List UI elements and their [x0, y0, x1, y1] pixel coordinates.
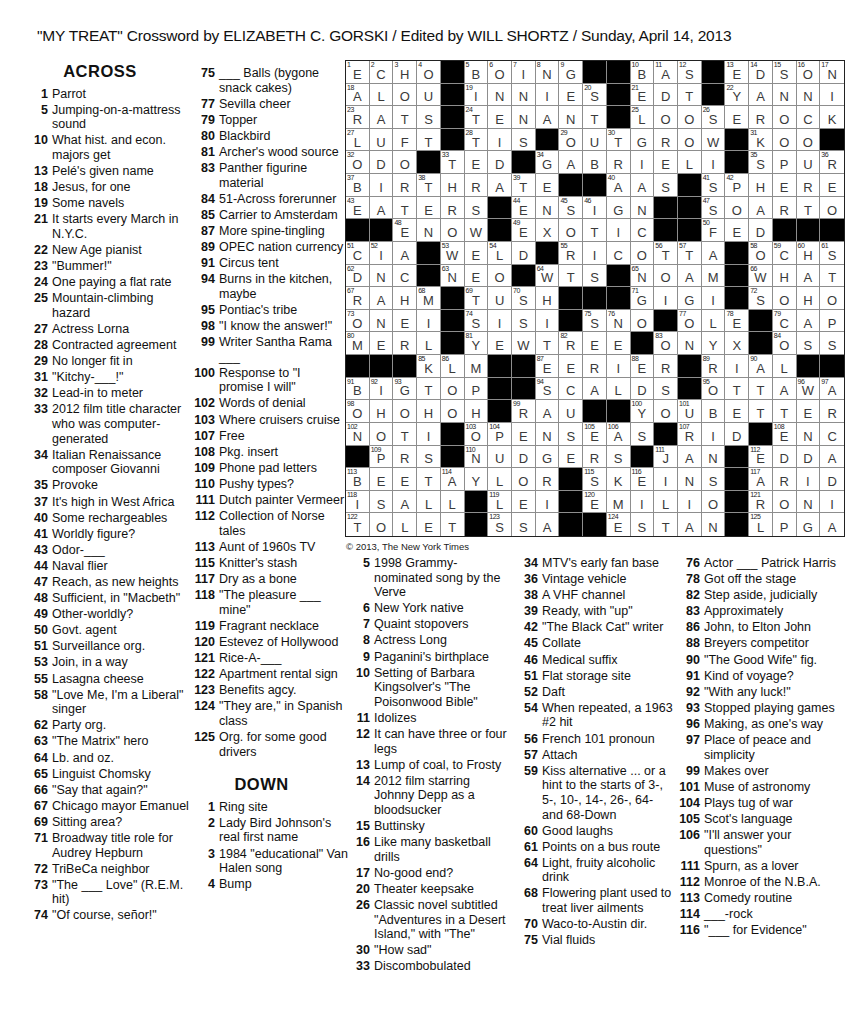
grid-cell[interactable]: 41S — [702, 174, 726, 197]
grid-cell[interactable]: T — [773, 400, 797, 423]
grid-cell[interactable]: 3H — [393, 61, 417, 84]
grid-cell[interactable]: 102N — [346, 423, 370, 446]
grid-cell[interactable]: N — [417, 219, 441, 242]
grid-cell[interactable]: S — [583, 265, 607, 288]
grid-cell[interactable]: S — [417, 106, 441, 129]
grid-cell[interactable]: I — [370, 174, 394, 197]
grid-cell[interactable]: U — [583, 129, 607, 152]
grid-cell[interactable]: 25L — [631, 106, 655, 129]
grid-cell[interactable]: L — [607, 378, 631, 401]
grid-cell[interactable]: R — [654, 355, 678, 378]
grid-cell[interactable]: I — [536, 84, 560, 107]
grid-cell[interactable]: I — [417, 310, 441, 333]
grid-cell[interactable]: M — [702, 265, 726, 288]
grid-cell[interactable]: 43E — [346, 197, 370, 220]
grid-cell[interactable]: N — [773, 84, 797, 107]
grid-cell[interactable]: C — [631, 219, 655, 242]
grid-cell[interactable]: A — [797, 310, 821, 333]
grid-cell[interactable]: O — [654, 400, 678, 423]
grid-cell[interactable]: R — [465, 174, 489, 197]
grid-cell[interactable]: S — [465, 197, 489, 220]
grid-cell[interactable]: 42P — [725, 174, 749, 197]
grid-cell[interactable]: A — [370, 106, 394, 129]
grid-cell[interactable]: 60H — [797, 242, 821, 265]
grid-cell[interactable]: 75S — [583, 310, 607, 333]
grid-cell[interactable]: S — [631, 513, 655, 536]
grid-cell[interactable]: D — [631, 378, 655, 401]
grid-cell[interactable]: E — [654, 151, 678, 174]
grid-cell[interactable]: L — [393, 513, 417, 536]
grid-cell[interactable]: 119L — [488, 491, 512, 514]
grid-cell[interactable]: A — [702, 242, 726, 265]
grid-cell[interactable]: 4O — [417, 61, 441, 84]
grid-cell[interactable]: 95O — [702, 378, 726, 401]
grid-cell[interactable]: L — [654, 491, 678, 514]
grid-cell[interactable]: 47S — [702, 197, 726, 220]
grid-cell[interactable]: 21E — [631, 84, 655, 107]
grid-cell[interactable]: E — [773, 174, 797, 197]
grid-cell[interactable]: M — [607, 491, 631, 514]
grid-cell[interactable]: H — [417, 400, 441, 423]
grid-cell[interactable]: U — [797, 151, 821, 174]
grid-cell[interactable]: C — [393, 265, 417, 288]
grid-cell[interactable]: 98O — [346, 400, 370, 423]
grid-cell[interactable]: 77O — [678, 310, 702, 333]
grid-cell[interactable]: T — [393, 106, 417, 129]
grid-cell[interactable]: 91B — [346, 378, 370, 401]
grid-cell[interactable]: 116E — [631, 468, 655, 491]
grid-cell[interactable]: E — [465, 151, 489, 174]
grid-cell[interactable]: U — [370, 129, 394, 152]
grid-cell[interactable]: 44E — [512, 197, 536, 220]
grid-cell[interactable]: A — [820, 446, 844, 469]
grid-cell[interactable]: 122T — [346, 513, 370, 536]
grid-cell[interactable]: I — [702, 287, 726, 310]
grid-cell[interactable]: I — [820, 84, 844, 107]
grid-cell[interactable]: R — [749, 106, 773, 129]
grid-cell[interactable]: 24T — [465, 106, 489, 129]
grid-cell[interactable]: W — [465, 219, 489, 242]
grid-cell[interactable]: N — [797, 491, 821, 514]
grid-cell[interactable]: 31K — [749, 129, 773, 152]
grid-cell[interactable]: 79C — [773, 310, 797, 333]
grid-cell[interactable]: 97A — [820, 378, 844, 401]
grid-cell[interactable]: I — [631, 151, 655, 174]
grid-cell[interactable]: 56T — [654, 242, 678, 265]
grid-cell[interactable]: E — [465, 242, 489, 265]
grid-cell[interactable]: A — [678, 265, 702, 288]
grid-cell[interactable]: A — [370, 197, 394, 220]
grid-cell[interactable]: G — [536, 446, 560, 469]
grid-cell[interactable]: 118I — [346, 491, 370, 514]
grid-cell[interactable]: O — [393, 151, 417, 174]
grid-cell[interactable]: 90A — [749, 355, 773, 378]
grid-cell[interactable]: I — [654, 468, 678, 491]
grid-cell[interactable]: P — [773, 513, 797, 536]
grid-cell[interactable]: 2C — [370, 61, 394, 84]
grid-cell[interactable]: A — [583, 378, 607, 401]
grid-cell[interactable]: 23R — [346, 106, 370, 129]
grid-cell[interactable]: 48E — [393, 219, 417, 242]
grid-cell[interactable]: 19I — [465, 84, 489, 107]
grid-cell[interactable]: A — [536, 513, 560, 536]
grid-cell[interactable]: T — [559, 265, 583, 288]
grid-cell[interactable]: S — [512, 513, 536, 536]
grid-cell[interactable]: I — [797, 468, 821, 491]
grid-cell[interactable]: 7I — [512, 61, 536, 84]
grid-cell[interactable]: 124E — [607, 513, 631, 536]
grid-cell[interactable]: S — [607, 446, 631, 469]
grid-cell[interactable]: 36R — [820, 151, 844, 174]
grid-cell[interactable]: 103O — [465, 423, 489, 446]
grid-cell[interactable]: G — [678, 287, 702, 310]
grid-cell[interactable]: H — [370, 400, 394, 423]
grid-cell[interactable]: T — [583, 219, 607, 242]
grid-cell[interactable]: L — [370, 84, 394, 107]
grid-cell[interactable]: A — [370, 287, 394, 310]
grid-cell[interactable]: 84O — [773, 332, 797, 355]
grid-cell[interactable]: E — [725, 400, 749, 423]
grid-cell[interactable]: 45S — [559, 197, 583, 220]
grid-cell[interactable]: O — [773, 491, 797, 514]
grid-cell[interactable]: N — [536, 197, 560, 220]
grid-cell[interactable]: L — [417, 332, 441, 355]
grid-cell[interactable]: A — [820, 513, 844, 536]
grid-cell[interactable]: 105E — [583, 423, 607, 446]
grid-cell[interactable]: T — [654, 513, 678, 536]
grid-cell[interactable]: K — [607, 468, 631, 491]
grid-cell[interactable]: 85K — [417, 355, 441, 378]
grid-cell[interactable]: 58O — [749, 242, 773, 265]
grid-cell[interactable]: 80M — [346, 332, 370, 355]
grid-cell[interactable]: 111J — [654, 446, 678, 469]
grid-cell[interactable]: 120E — [583, 491, 607, 514]
grid-cell[interactable]: E — [370, 332, 394, 355]
grid-cell[interactable]: 66W — [749, 265, 773, 288]
grid-cell[interactable]: 101U — [678, 400, 702, 423]
grid-cell[interactable]: 26S — [702, 106, 726, 129]
grid-cell[interactable]: 38T — [417, 174, 441, 197]
grid-cell[interactable]: E — [465, 265, 489, 288]
grid-cell[interactable]: I — [654, 287, 678, 310]
grid-cell[interactable]: 68M — [417, 287, 441, 310]
grid-cell[interactable]: E — [536, 174, 560, 197]
grid-cell[interactable]: T — [678, 84, 702, 107]
grid-cell[interactable]: 81Y — [465, 332, 489, 355]
grid-cell[interactable]: E — [512, 491, 536, 514]
grid-cell[interactable]: Y — [702, 332, 726, 355]
grid-cell[interactable]: H — [536, 287, 560, 310]
grid-cell[interactable]: O — [773, 287, 797, 310]
grid-cell[interactable]: 82R — [559, 332, 583, 355]
grid-cell[interactable]: 40A — [607, 174, 631, 197]
grid-cell[interactable]: 33T — [441, 151, 465, 174]
grid-cell[interactable]: I — [488, 129, 512, 152]
grid-cell[interactable]: E — [512, 423, 536, 446]
grid-cell[interactable]: L — [702, 310, 726, 333]
grid-cell[interactable]: 89R — [702, 355, 726, 378]
grid-cell[interactable]: S — [417, 446, 441, 469]
grid-cell[interactable]: K — [820, 106, 844, 129]
grid-cell[interactable]: E — [393, 468, 417, 491]
grid-cell[interactable]: O — [441, 378, 465, 401]
grid-cell[interactable]: N — [512, 106, 536, 129]
grid-cell[interactable]: S — [631, 423, 655, 446]
grid-cell[interactable]: E — [417, 513, 441, 536]
grid-cell[interactable]: 57T — [678, 242, 702, 265]
grid-cell[interactable]: S — [512, 129, 536, 152]
grid-cell[interactable]: T — [536, 332, 560, 355]
grid-cell[interactable]: T — [417, 378, 441, 401]
grid-cell[interactable]: 20S — [583, 84, 607, 107]
grid-cell[interactable]: 22Y — [725, 84, 749, 107]
grid-cell[interactable]: E — [725, 219, 749, 242]
grid-cell[interactable]: R — [607, 151, 631, 174]
grid-cell[interactable]: O — [678, 106, 702, 129]
grid-cell[interactable]: 112E — [749, 446, 773, 469]
grid-cell[interactable]: O — [773, 106, 797, 129]
grid-cell[interactable]: R — [583, 446, 607, 469]
grid-cell[interactable]: A — [393, 491, 417, 514]
grid-cell[interactable]: R — [797, 174, 821, 197]
grid-cell[interactable]: H — [749, 174, 773, 197]
grid-cell[interactable]: C — [797, 106, 821, 129]
grid-cell[interactable]: A — [678, 446, 702, 469]
grid-cell[interactable]: S — [654, 378, 678, 401]
grid-cell[interactable]: H — [773, 265, 797, 288]
grid-cell[interactable]: O — [559, 219, 583, 242]
grid-cell[interactable]: M — [465, 355, 489, 378]
grid-cell[interactable]: T — [583, 106, 607, 129]
grid-cell[interactable]: R — [393, 446, 417, 469]
grid-cell[interactable]: 11A — [654, 61, 678, 84]
grid-cell[interactable]: F — [393, 129, 417, 152]
grid-cell[interactable]: 62D — [346, 265, 370, 288]
grid-cell[interactable]: 12S — [678, 61, 702, 84]
grid-cell[interactable]: R — [820, 400, 844, 423]
grid-cell[interactable]: D — [725, 423, 749, 446]
grid-cell[interactable]: E — [417, 197, 441, 220]
grid-cell[interactable]: 28T — [465, 129, 489, 152]
grid-cell[interactable]: R — [441, 197, 465, 220]
grid-cell[interactable]: T — [749, 400, 773, 423]
grid-cell[interactable]: 74S — [465, 310, 489, 333]
grid-cell[interactable]: L — [773, 355, 797, 378]
grid-cell[interactable]: 114A — [441, 468, 465, 491]
grid-cell[interactable]: D — [512, 242, 536, 265]
grid-cell[interactable]: X — [536, 219, 560, 242]
grid-cell[interactable]: O — [797, 129, 821, 152]
grid-cell[interactable]: D — [654, 84, 678, 107]
grid-cell[interactable]: I — [583, 242, 607, 265]
grid-cell[interactable]: 16O — [797, 61, 821, 84]
grid-cell[interactable]: 73O — [346, 310, 370, 333]
grid-cell[interactable]: 71G — [631, 287, 655, 310]
grid-cell[interactable]: E — [797, 400, 821, 423]
grid-cell[interactable]: O — [441, 219, 465, 242]
grid-cell[interactable]: D — [797, 446, 821, 469]
grid-cell[interactable]: 96W — [797, 378, 821, 401]
grid-cell[interactable]: 17N — [820, 61, 844, 84]
grid-cell[interactable]: 121R — [749, 491, 773, 514]
grid-cell[interactable]: H — [393, 287, 417, 310]
grid-cell[interactable]: E — [559, 84, 583, 107]
grid-cell[interactable]: 14D — [749, 61, 773, 84]
grid-cell[interactable]: 29O — [559, 129, 583, 152]
grid-cell[interactable]: R — [773, 468, 797, 491]
grid-cell[interactable]: X — [725, 332, 749, 355]
grid-cell[interactable]: P — [465, 378, 489, 401]
grid-cell[interactable]: E — [607, 332, 631, 355]
grid-cell[interactable]: P — [820, 310, 844, 333]
grid-cell[interactable]: S — [512, 310, 536, 333]
grid-cell[interactable]: 9G — [559, 61, 583, 84]
grid-cell[interactable]: 117A — [749, 468, 773, 491]
grid-cell[interactable]: N — [559, 106, 583, 129]
grid-cell[interactable]: 93G — [393, 378, 417, 401]
grid-cell[interactable]: S — [820, 332, 844, 355]
grid-cell[interactable]: 65N — [631, 265, 655, 288]
grid-cell[interactable]: 13E — [725, 61, 749, 84]
grid-cell[interactable]: O — [773, 129, 797, 152]
grid-cell[interactable]: 87E — [536, 355, 560, 378]
grid-cell[interactable]: N — [488, 84, 512, 107]
grid-cell[interactable]: S — [797, 332, 821, 355]
grid-cell[interactable]: E — [393, 310, 417, 333]
grid-cell[interactable]: O — [512, 468, 536, 491]
grid-cell[interactable]: N — [370, 265, 394, 288]
grid-cell[interactable]: S — [702, 468, 726, 491]
grid-cell[interactable]: C — [820, 423, 844, 446]
grid-cell[interactable]: O — [441, 400, 465, 423]
grid-cell[interactable]: 86L — [441, 355, 465, 378]
grid-cell[interactable]: 125L — [749, 513, 773, 536]
grid-cell[interactable]: L — [678, 151, 702, 174]
grid-cell[interactable]: 35S — [749, 151, 773, 174]
grid-cell[interactable]: R — [773, 197, 797, 220]
grid-cell[interactable]: 78E — [725, 310, 749, 333]
grid-cell[interactable]: O — [820, 287, 844, 310]
grid-cell[interactable]: W — [702, 129, 726, 152]
grid-cell[interactable]: 104P — [488, 423, 512, 446]
grid-cell[interactable]: 99R — [512, 400, 536, 423]
grid-cell[interactable]: E — [583, 332, 607, 355]
grid-cell[interactable]: N — [702, 513, 726, 536]
grid-cell[interactable]: N — [536, 423, 560, 446]
grid-cell[interactable]: U — [559, 400, 583, 423]
grid-cell[interactable]: I — [820, 491, 844, 514]
grid-cell[interactable]: G — [631, 129, 655, 152]
grid-cell[interactable]: 15S — [773, 61, 797, 84]
grid-cell[interactable]: O — [393, 84, 417, 107]
grid-cell[interactable]: A — [678, 513, 702, 536]
grid-cell[interactable]: T — [393, 197, 417, 220]
grid-cell[interactable]: T — [725, 378, 749, 401]
grid-cell[interactable]: N — [678, 332, 702, 355]
grid-cell[interactable]: R — [583, 355, 607, 378]
grid-cell[interactable]: T — [393, 423, 417, 446]
grid-cell[interactable]: D — [749, 219, 773, 242]
grid-cell[interactable]: 113B — [346, 468, 370, 491]
grid-cell[interactable]: N — [678, 468, 702, 491]
grid-cell[interactable]: L — [488, 468, 512, 491]
grid-cell[interactable]: 30T — [607, 129, 631, 152]
grid-cell[interactable]: B — [702, 400, 726, 423]
grid-cell[interactable]: T — [441, 513, 465, 536]
grid-cell[interactable]: O — [393, 400, 417, 423]
grid-cell[interactable]: O — [654, 106, 678, 129]
grid-cell[interactable]: S — [370, 491, 394, 514]
grid-cell[interactable]: O — [725, 197, 749, 220]
grid-cell[interactable]: 123S — [488, 513, 512, 536]
grid-cell[interactable]: I — [702, 423, 726, 446]
grid-cell[interactable]: 106A — [607, 423, 631, 446]
grid-cell[interactable]: 107R — [678, 423, 702, 446]
grid-cell[interactable]: T — [749, 378, 773, 401]
grid-cell[interactable]: O — [488, 265, 512, 288]
grid-cell[interactable]: R — [654, 129, 678, 152]
grid-cell[interactable]: 67R — [346, 287, 370, 310]
grid-cell[interactable]: 88E — [631, 355, 655, 378]
grid-cell[interactable]: 51C — [346, 242, 370, 265]
grid-cell[interactable]: 76N — [607, 310, 631, 333]
grid-cell[interactable]: 8N — [536, 61, 560, 84]
grid-cell[interactable]: I — [607, 219, 631, 242]
grid-cell[interactable]: W — [512, 332, 536, 355]
grid-cell[interactable]: I — [417, 423, 441, 446]
grid-cell[interactable]: 61S — [820, 242, 844, 265]
grid-cell[interactable]: U — [488, 446, 512, 469]
grid-cell[interactable]: O — [678, 129, 702, 152]
grid-cell[interactable]: A — [631, 174, 655, 197]
grid-cell[interactable]: A — [559, 151, 583, 174]
grid-cell[interactable]: I — [631, 491, 655, 514]
grid-cell[interactable]: 100Y — [631, 400, 655, 423]
grid-cell[interactable]: G — [607, 197, 631, 220]
grid-cell[interactable]: L — [417, 491, 441, 514]
grid-cell[interactable]: T — [417, 468, 441, 491]
grid-cell[interactable]: O — [631, 242, 655, 265]
grid-cell[interactable]: I — [607, 355, 631, 378]
grid-cell[interactable]: 59C — [773, 242, 797, 265]
grid-cell[interactable]: 37B — [346, 174, 370, 197]
grid-cell[interactable]: 64W — [536, 265, 560, 288]
grid-cell[interactable]: 108E — [773, 423, 797, 446]
grid-cell[interactable]: C — [559, 378, 583, 401]
grid-cell[interactable]: 49E — [512, 219, 536, 242]
grid-cell[interactable]: B — [583, 151, 607, 174]
grid-cell[interactable]: R — [393, 174, 417, 197]
grid-cell[interactable]: I — [678, 491, 702, 514]
grid-cell[interactable]: D — [820, 468, 844, 491]
grid-cell[interactable]: A — [749, 197, 773, 220]
grid-cell[interactable]: E — [559, 446, 583, 469]
grid-cell[interactable]: 34G — [536, 151, 560, 174]
grid-cell[interactable]: 94S — [536, 378, 560, 401]
grid-cell[interactable]: 109P — [370, 446, 394, 469]
grid-cell[interactable]: S — [559, 423, 583, 446]
grid-cell[interactable]: P — [773, 151, 797, 174]
grid-cell[interactable]: S — [654, 174, 678, 197]
grid-cell[interactable]: U — [417, 84, 441, 107]
grid-cell[interactable]: O — [631, 310, 655, 333]
grid-cell[interactable]: Y — [465, 468, 489, 491]
grid-cell[interactable]: N — [512, 84, 536, 107]
grid-cell[interactable]: N — [797, 84, 821, 107]
grid-cell[interactable]: D — [370, 151, 394, 174]
grid-cell[interactable]: A — [488, 174, 512, 197]
grid-cell[interactable]: E — [370, 468, 394, 491]
